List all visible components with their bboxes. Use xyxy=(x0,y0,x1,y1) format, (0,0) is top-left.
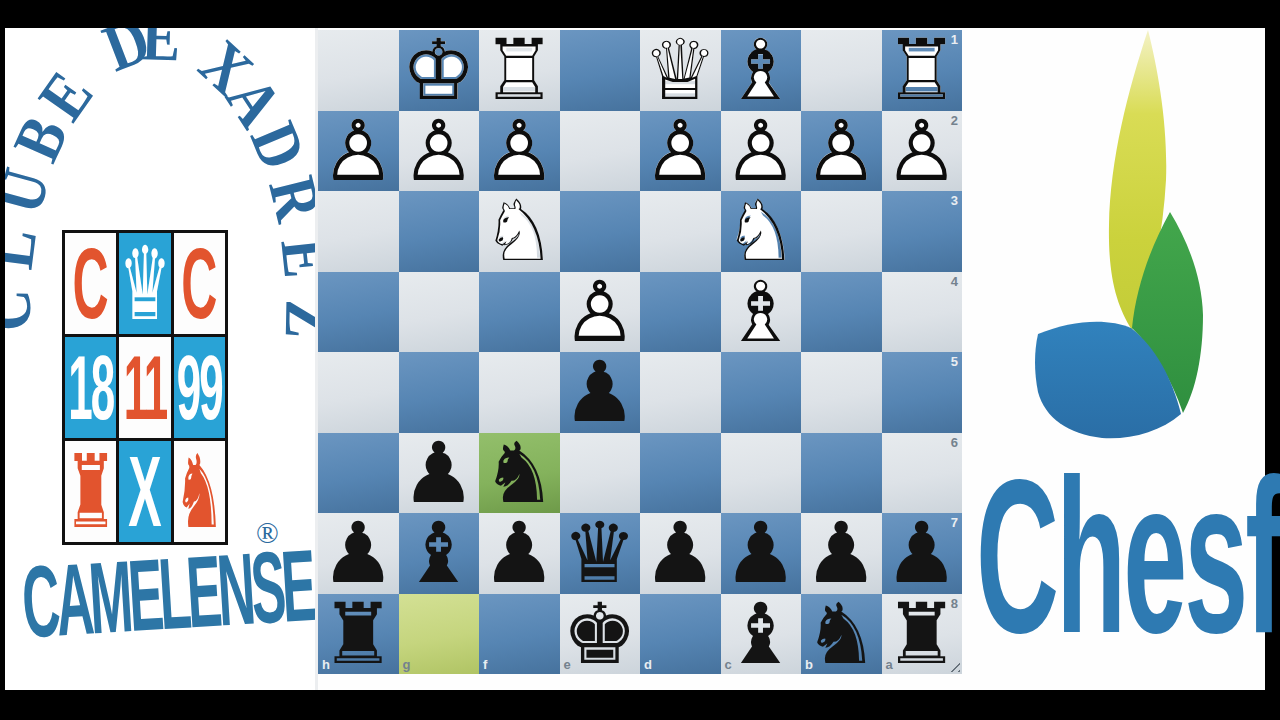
piece-white-rook[interactable]: ♜♖ xyxy=(479,30,560,111)
square-c2[interactable]: ♟♙ xyxy=(721,111,802,192)
club-arc-letter: E xyxy=(140,28,181,72)
rank-label-5: 5 xyxy=(951,355,958,368)
square-c4[interactable]: ♝♗ xyxy=(721,272,802,353)
club-arc-letter: R xyxy=(258,171,318,228)
club-grid-cell: C xyxy=(65,233,116,334)
rank-label-4: 4 xyxy=(951,275,958,288)
square-d6[interactable] xyxy=(640,433,721,514)
club-grid-letter: C xyxy=(73,234,109,334)
club-grid-cell: ♛ xyxy=(119,233,170,334)
club-grid-cell: ♜ xyxy=(65,441,116,542)
square-e7[interactable]: ♛ xyxy=(560,513,641,594)
piece-black-pawn[interactable]: ♟ xyxy=(318,513,399,594)
square-g4[interactable] xyxy=(399,272,480,353)
chesf-flame-icon xyxy=(1020,25,1240,445)
top-letterbox-bar xyxy=(0,0,1280,28)
square-e1[interactable] xyxy=(560,30,641,111)
club-grid-cell: X xyxy=(119,441,170,542)
square-h5[interactable] xyxy=(318,352,399,433)
square-d3[interactable] xyxy=(640,191,721,272)
rank-label-8: 8 xyxy=(951,597,958,610)
rook-icon: ♜ xyxy=(65,441,116,542)
square-e5[interactable]: ♟ xyxy=(560,352,641,433)
piece-black-rook[interactable]: ♜ xyxy=(318,594,399,675)
piece-white-pawn[interactable]: ♟♙ xyxy=(721,111,802,192)
piece-black-pawn[interactable]: ♟ xyxy=(801,513,882,594)
square-f8[interactable]: f xyxy=(479,594,560,675)
club-arc-letter: Z xyxy=(274,300,318,340)
piece-black-pawn[interactable]: ♟ xyxy=(479,513,560,594)
club-grid-number: 18 xyxy=(68,342,113,432)
square-a4[interactable]: 4 xyxy=(882,272,963,353)
club-grid-cell: 99 xyxy=(174,337,225,438)
square-h8[interactable]: ♜h xyxy=(318,594,399,675)
square-h7[interactable]: ♟ xyxy=(318,513,399,594)
square-d1[interactable]: ♛♕ xyxy=(640,30,721,111)
square-h2[interactable]: ♟♙ xyxy=(318,111,399,192)
piece-white-pawn[interactable]: ♟♙ xyxy=(560,272,641,353)
club-logo-panel: CLUBEDEXADREZ C♛C181199♜X♞ ® CAMELENSE xyxy=(5,28,318,690)
piece-black-knight[interactable]: ♞ xyxy=(801,594,882,675)
piece-white-pawn[interactable]: ♟♙ xyxy=(318,111,399,192)
rank-label-7: 7 xyxy=(951,516,958,529)
square-f1[interactable]: ♜♖ xyxy=(479,30,560,111)
file-label-b: b xyxy=(805,658,813,671)
piece-white-king[interactable]: ♚♔ xyxy=(399,30,480,111)
square-f5[interactable] xyxy=(479,352,560,433)
rank-label-2: 2 xyxy=(951,114,958,127)
file-label-g: g xyxy=(403,658,411,671)
square-g7[interactable]: ♝ xyxy=(399,513,480,594)
piece-white-queen[interactable]: ♛♕ xyxy=(640,30,721,111)
file-label-d: d xyxy=(644,658,652,671)
piece-white-bishop[interactable]: ♝♗ xyxy=(721,272,802,353)
square-a1[interactable]: ♜♖1 xyxy=(882,30,963,111)
club-arc-letter: C xyxy=(5,289,41,331)
square-f3[interactable]: ♞♘ xyxy=(479,191,560,272)
square-d2[interactable]: ♟♙ xyxy=(640,111,721,192)
piece-white-knight[interactable]: ♞♘ xyxy=(479,191,560,272)
club-grid-cell: C xyxy=(174,233,225,334)
square-g8[interactable]: g xyxy=(399,594,480,675)
piece-white-bishop[interactable]: ♝♗ xyxy=(721,30,802,111)
square-e4[interactable]: ♟♙ xyxy=(560,272,641,353)
square-g2[interactable]: ♟♙ xyxy=(399,111,480,192)
square-a6[interactable]: 6 xyxy=(882,433,963,514)
camelense-wordmark: CAMELENSE xyxy=(19,530,316,659)
rank-label-3: 3 xyxy=(951,194,958,207)
piece-white-pawn[interactable]: ♟♙ xyxy=(801,111,882,192)
square-c1[interactable]: ♝♗ xyxy=(721,30,802,111)
square-b1[interactable] xyxy=(801,30,882,111)
knight-icon: ♞ xyxy=(174,441,225,542)
square-c5[interactable] xyxy=(721,352,802,433)
square-a7[interactable]: ♟7 xyxy=(882,513,963,594)
square-b8[interactable]: ♞b xyxy=(801,594,882,675)
square-g1[interactable]: ♚♔ xyxy=(399,30,480,111)
bottom-letterbox-bar xyxy=(0,690,1280,720)
piece-black-pawn[interactable]: ♟ xyxy=(560,352,641,433)
piece-white-pawn[interactable]: ♟♙ xyxy=(399,111,480,192)
square-a2[interactable]: ♟♙2 xyxy=(882,111,963,192)
piece-white-pawn[interactable]: ♟♙ xyxy=(640,111,721,192)
file-label-f: f xyxy=(483,658,487,671)
square-c8[interactable]: ♝c xyxy=(721,594,802,675)
square-d5[interactable] xyxy=(640,352,721,433)
file-label-a: a xyxy=(886,658,893,671)
piece-black-bishop[interactable]: ♝ xyxy=(721,594,802,675)
club-grid-letter: C xyxy=(181,234,217,334)
square-e6[interactable] xyxy=(560,433,641,514)
club-arc-letter: U xyxy=(5,162,61,220)
square-f4[interactable] xyxy=(479,272,560,353)
screenshot-stage: CLUBEDEXADREZ C♛C181199♜X♞ ® CAMELENSE ♚… xyxy=(0,0,1280,720)
square-e8[interactable]: ♚e xyxy=(560,594,641,675)
club-grid-number: 11 xyxy=(124,342,167,432)
square-g5[interactable] xyxy=(399,352,480,433)
club-grid-number: 99 xyxy=(177,342,222,432)
square-d4[interactable] xyxy=(640,272,721,353)
piece-black-pawn[interactable]: ♟ xyxy=(721,513,802,594)
square-h1[interactable] xyxy=(318,30,399,111)
square-d8[interactable]: d xyxy=(640,594,721,675)
piece-black-queen[interactable]: ♛ xyxy=(560,513,641,594)
club-grid-letter: X xyxy=(128,442,161,542)
club-grid-cell: ♞ xyxy=(174,441,225,542)
square-b6[interactable] xyxy=(801,433,882,514)
square-h3[interactable] xyxy=(318,191,399,272)
square-g6[interactable]: ♟ xyxy=(399,433,480,514)
chesf-wordmark: Chesf xyxy=(976,448,1280,667)
piece-black-king[interactable]: ♚ xyxy=(560,594,641,675)
file-label-e: e xyxy=(564,658,571,671)
square-e3[interactable] xyxy=(560,191,641,272)
queen-icon: ♛ xyxy=(119,233,170,334)
piece-black-bishop[interactable]: ♝ xyxy=(399,513,480,594)
square-a3[interactable]: 3 xyxy=(882,191,963,272)
square-h6[interactable] xyxy=(318,433,399,514)
square-c3[interactable]: ♞♘ xyxy=(721,191,802,272)
square-b3[interactable] xyxy=(801,191,882,272)
square-b7[interactable]: ♟ xyxy=(801,513,882,594)
piece-black-knight[interactable]: ♞ xyxy=(479,433,560,514)
square-a8[interactable]: ♜a8 xyxy=(882,594,963,675)
square-f2[interactable]: ♟♙ xyxy=(479,111,560,192)
piece-white-pawn[interactable]: ♟♙ xyxy=(479,111,560,192)
square-b2[interactable]: ♟♙ xyxy=(801,111,882,192)
square-e2[interactable] xyxy=(560,111,641,192)
square-c7[interactable]: ♟ xyxy=(721,513,802,594)
piece-black-pawn[interactable]: ♟ xyxy=(640,513,721,594)
file-label-h: h xyxy=(322,658,330,671)
club-arc-letter: L xyxy=(5,225,47,272)
rank-label-1: 1 xyxy=(951,33,958,46)
square-b5[interactable] xyxy=(801,352,882,433)
square-g3[interactable] xyxy=(399,191,480,272)
square-h4[interactable] xyxy=(318,272,399,353)
piece-black-pawn[interactable]: ♟ xyxy=(399,433,480,514)
square-f6[interactable]: ♞ xyxy=(479,433,560,514)
chess-board: ♚♔♜♖♛♕♝♗♜♖1♟♙♟♙♟♙♟♙♟♙♟♙♟♙2♞♘♞♘3♟♙♝♗4♟5♟♞… xyxy=(318,30,962,674)
rank-label-6: 6 xyxy=(951,436,958,449)
club-arc-letter: E xyxy=(270,235,318,281)
file-label-c: c xyxy=(725,658,732,671)
square-d7[interactable]: ♟ xyxy=(640,513,721,594)
piece-white-knight[interactable]: ♞♘ xyxy=(721,191,802,272)
square-b4[interactable] xyxy=(801,272,882,353)
club-grid-logo: C♛C181199♜X♞ xyxy=(62,230,228,545)
club-grid-cell: 18 xyxy=(65,337,116,438)
square-c6[interactable] xyxy=(721,433,802,514)
club-grid-cell: 11 xyxy=(119,337,170,438)
square-a5[interactable]: 5 xyxy=(882,352,963,433)
square-f7[interactable]: ♟ xyxy=(479,513,560,594)
